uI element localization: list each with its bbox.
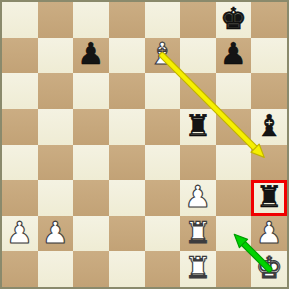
black-king-g8[interactable]: ♚ — [220, 4, 247, 34]
square-f7[interactable] — [180, 38, 216, 74]
square-f4[interactable] — [180, 145, 216, 181]
square-g8[interactable]: ♚ — [216, 2, 252, 38]
black-pawn-c7[interactable]: ♟ — [78, 39, 105, 69]
black-rook-f5[interactable]: ♜ — [184, 111, 211, 141]
square-d5[interactable] — [109, 109, 145, 145]
square-e7[interactable]: ♝ — [145, 38, 181, 74]
square-a7[interactable] — [2, 38, 38, 74]
square-g6[interactable] — [216, 73, 252, 109]
square-g1[interactable] — [216, 251, 252, 287]
square-a4[interactable] — [2, 145, 38, 181]
black-pawn-g7[interactable]: ♟ — [220, 39, 247, 69]
square-b3[interactable] — [38, 180, 74, 216]
square-e1[interactable] — [145, 251, 181, 287]
square-c4[interactable] — [73, 145, 109, 181]
square-e3[interactable] — [145, 180, 181, 216]
white-bishop-e7[interactable]: ♝ — [149, 39, 176, 69]
square-b8[interactable] — [38, 2, 74, 38]
square-d6[interactable] — [109, 73, 145, 109]
square-b6[interactable] — [38, 73, 74, 109]
square-a6[interactable] — [2, 73, 38, 109]
square-c8[interactable] — [73, 2, 109, 38]
square-b5[interactable] — [38, 109, 74, 145]
square-d2[interactable] — [109, 216, 145, 252]
square-b1[interactable] — [38, 251, 74, 287]
white-pawn-h2[interactable]: ♟ — [256, 218, 283, 248]
white-pawn-b2[interactable]: ♟ — [42, 218, 69, 248]
square-a2[interactable]: ♟ — [2, 216, 38, 252]
square-h4[interactable] — [251, 145, 287, 181]
square-h6[interactable] — [251, 73, 287, 109]
square-g2[interactable] — [216, 216, 252, 252]
square-c5[interactable] — [73, 109, 109, 145]
white-pawn-a2[interactable]: ♟ — [6, 218, 33, 248]
black-rook-h3[interactable]: ♜ — [256, 182, 283, 212]
square-c2[interactable] — [73, 216, 109, 252]
square-b4[interactable] — [38, 145, 74, 181]
square-c7[interactable]: ♟ — [73, 38, 109, 74]
square-f8[interactable] — [180, 2, 216, 38]
square-f5[interactable]: ♜ — [180, 109, 216, 145]
square-f1[interactable]: ♜ — [180, 251, 216, 287]
square-h3-highlighted[interactable]: ♜ — [251, 180, 287, 216]
square-h8[interactable] — [251, 2, 287, 38]
square-g5[interactable] — [216, 109, 252, 145]
square-d1[interactable] — [109, 251, 145, 287]
square-b7[interactable] — [38, 38, 74, 74]
white-rook-f2[interactable]: ♜ — [184, 218, 211, 248]
square-d3[interactable] — [109, 180, 145, 216]
chess-board: ♚♟♝♟♜♝♟♜♟♟♜♟♜♚ — [0, 0, 289, 289]
square-b2[interactable]: ♟ — [38, 216, 74, 252]
square-a3[interactable] — [2, 180, 38, 216]
square-e8[interactable] — [145, 2, 181, 38]
chess-board-window: ♚♟♝♟♜♝♟♜♟♟♜♟♜♚ — [0, 0, 289, 289]
square-d4[interactable] — [109, 145, 145, 181]
square-c3[interactable] — [73, 180, 109, 216]
square-f2[interactable]: ♜ — [180, 216, 216, 252]
square-e4[interactable] — [145, 145, 181, 181]
square-h5[interactable]: ♝ — [251, 109, 287, 145]
square-c6[interactable] — [73, 73, 109, 109]
black-bishop-h5[interactable]: ♝ — [256, 111, 283, 141]
square-e6[interactable] — [145, 73, 181, 109]
square-f6[interactable] — [180, 73, 216, 109]
square-d8[interactable] — [109, 2, 145, 38]
square-h2[interactable]: ♟ — [251, 216, 287, 252]
white-rook-f1[interactable]: ♜ — [184, 253, 211, 283]
square-e2[interactable] — [145, 216, 181, 252]
square-g4[interactable] — [216, 145, 252, 181]
square-c1[interactable] — [73, 251, 109, 287]
square-f3[interactable]: ♟ — [180, 180, 216, 216]
square-a8[interactable] — [2, 2, 38, 38]
square-h7[interactable] — [251, 38, 287, 74]
square-g7[interactable]: ♟ — [216, 38, 252, 74]
square-g3[interactable] — [216, 180, 252, 216]
square-a5[interactable] — [2, 109, 38, 145]
white-king-h1[interactable]: ♚ — [256, 253, 283, 283]
white-pawn-f3[interactable]: ♟ — [184, 182, 211, 212]
square-d7[interactable] — [109, 38, 145, 74]
square-h1[interactable]: ♚ — [251, 251, 287, 287]
square-a1[interactable] — [2, 251, 38, 287]
square-e5[interactable] — [145, 109, 181, 145]
